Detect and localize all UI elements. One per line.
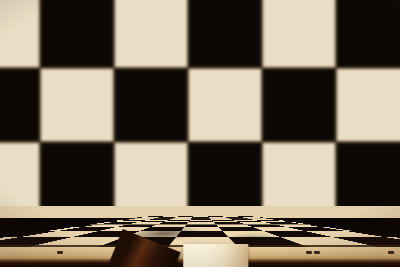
bg-square <box>41 69 113 141</box>
bg-square <box>337 143 400 215</box>
bg-square <box>41 143 113 215</box>
bg-square <box>115 0 187 67</box>
border-mark <box>57 251 63 254</box>
border-mark <box>388 251 394 254</box>
chess-photo-scene: ♚ ♚ <box>0 0 400 267</box>
bg-square <box>189 69 261 141</box>
bg-square <box>0 0 39 67</box>
bg-square <box>189 0 261 67</box>
bg-square <box>115 143 187 215</box>
bg-square <box>115 69 187 141</box>
bg-square <box>337 0 400 67</box>
bg-square <box>263 0 335 67</box>
depth-haze <box>0 206 400 215</box>
border-mark <box>306 251 312 254</box>
border-mark <box>314 251 320 254</box>
bg-square <box>263 69 335 141</box>
bg-square <box>0 69 39 141</box>
bg-square <box>189 143 261 215</box>
bg-square <box>0 143 39 215</box>
white-king-glyph: ♚ <box>183 244 248 267</box>
bg-square <box>337 69 400 141</box>
bg-square <box>41 0 113 67</box>
bg-square <box>263 143 335 215</box>
background-board <box>0 0 400 215</box>
